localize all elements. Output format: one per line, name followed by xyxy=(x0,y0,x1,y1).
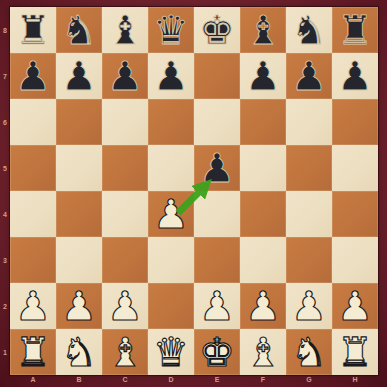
white-bishop[interactable]: ♝ xyxy=(240,329,286,375)
rank-label-1: 1 xyxy=(1,349,9,356)
square-c6[interactable] xyxy=(102,99,148,145)
square-b4[interactable] xyxy=(56,191,102,237)
black-knight[interactable]: ♞ xyxy=(56,7,102,53)
square-d8[interactable]: ♛ xyxy=(148,7,194,53)
white-knight[interactable]: ♞ xyxy=(56,329,102,375)
square-e7[interactable] xyxy=(194,53,240,99)
black-pawn[interactable]: ♟ xyxy=(286,53,332,99)
square-a3[interactable] xyxy=(10,237,56,283)
white-pawn[interactable]: ♟ xyxy=(10,283,56,329)
square-h7[interactable]: ♟ xyxy=(332,53,378,99)
square-f2[interactable]: ♟ xyxy=(240,283,286,329)
file-label-d: D xyxy=(168,376,173,383)
black-pawn[interactable]: ♟ xyxy=(240,53,286,99)
black-pawn[interactable]: ♟ xyxy=(148,53,194,99)
file-label-e: E xyxy=(215,376,220,383)
black-queen[interactable]: ♛ xyxy=(148,7,194,53)
black-bishop[interactable]: ♝ xyxy=(102,7,148,53)
rank-label-5: 5 xyxy=(1,165,9,172)
square-g7[interactable]: ♟ xyxy=(286,53,332,99)
white-bishop[interactable]: ♝ xyxy=(102,329,148,375)
white-rook[interactable]: ♜ xyxy=(332,329,378,375)
file-label-g: G xyxy=(306,376,311,383)
file-label-h: H xyxy=(352,376,357,383)
black-knight[interactable]: ♞ xyxy=(286,7,332,53)
square-a4[interactable] xyxy=(10,191,56,237)
black-pawn[interactable]: ♟ xyxy=(194,145,240,191)
square-g4[interactable] xyxy=(286,191,332,237)
square-g8[interactable]: ♞ xyxy=(286,7,332,53)
square-e8[interactable]: ♚ xyxy=(194,7,240,53)
square-f7[interactable]: ♟ xyxy=(240,53,286,99)
file-label-f: F xyxy=(261,376,265,383)
black-rook[interactable]: ♜ xyxy=(10,7,56,53)
square-f8[interactable]: ♝ xyxy=(240,7,286,53)
square-h2[interactable]: ♟ xyxy=(332,283,378,329)
square-g3[interactable] xyxy=(286,237,332,283)
black-king[interactable]: ♚ xyxy=(194,7,240,53)
white-knight[interactable]: ♞ xyxy=(286,329,332,375)
white-queen[interactable]: ♛ xyxy=(148,329,194,375)
white-pawn[interactable]: ♟ xyxy=(286,283,332,329)
square-d5[interactable] xyxy=(148,145,194,191)
square-c1[interactable]: ♝ xyxy=(102,329,148,375)
square-d3[interactable] xyxy=(148,237,194,283)
black-pawn[interactable]: ♟ xyxy=(10,53,56,99)
square-f4[interactable] xyxy=(240,191,286,237)
square-c4[interactable] xyxy=(102,191,148,237)
square-c7[interactable]: ♟ xyxy=(102,53,148,99)
rank-label-8: 8 xyxy=(1,27,9,34)
square-g6[interactable] xyxy=(286,99,332,145)
square-c2[interactable]: ♟ xyxy=(102,283,148,329)
square-h3[interactable] xyxy=(332,237,378,283)
square-d2[interactable] xyxy=(148,283,194,329)
black-pawn[interactable]: ♟ xyxy=(332,53,378,99)
white-pawn[interactable]: ♟ xyxy=(194,283,240,329)
square-h5[interactable] xyxy=(332,145,378,191)
square-e4[interactable] xyxy=(194,191,240,237)
square-b8[interactable]: ♞ xyxy=(56,7,102,53)
rank-label-3: 3 xyxy=(1,257,9,264)
square-e1[interactable]: ♚ xyxy=(194,329,240,375)
rank-label-4: 4 xyxy=(1,211,9,218)
white-pawn[interactable]: ♟ xyxy=(102,283,148,329)
chess-board: ♜♞♝♛♚♝♞♜♟♟♟♟♟♟♟♟♟♟♟♟♟♟♟♟♜♞♝♛♚♝♞♜ xyxy=(10,7,378,375)
square-b2[interactable]: ♟ xyxy=(56,283,102,329)
square-e3[interactable] xyxy=(194,237,240,283)
white-king[interactable]: ♚ xyxy=(194,329,240,375)
white-pawn[interactable]: ♟ xyxy=(56,283,102,329)
black-rook[interactable]: ♜ xyxy=(332,7,378,53)
square-c5[interactable] xyxy=(102,145,148,191)
square-f5[interactable] xyxy=(240,145,286,191)
square-b5[interactable] xyxy=(56,145,102,191)
square-c8[interactable]: ♝ xyxy=(102,7,148,53)
square-b3[interactable] xyxy=(56,237,102,283)
square-b6[interactable] xyxy=(56,99,102,145)
square-g5[interactable] xyxy=(286,145,332,191)
square-b7[interactable]: ♟ xyxy=(56,53,102,99)
square-d7[interactable]: ♟ xyxy=(148,53,194,99)
square-d1[interactable]: ♛ xyxy=(148,329,194,375)
square-a5[interactable] xyxy=(10,145,56,191)
black-pawn[interactable]: ♟ xyxy=(102,53,148,99)
square-h4[interactable] xyxy=(332,191,378,237)
square-h6[interactable] xyxy=(332,99,378,145)
square-d4[interactable]: ♟ xyxy=(148,191,194,237)
rank-label-2: 2 xyxy=(1,303,9,310)
white-pawn[interactable]: ♟ xyxy=(240,283,286,329)
square-f1[interactable]: ♝ xyxy=(240,329,286,375)
black-pawn[interactable]: ♟ xyxy=(56,53,102,99)
square-h8[interactable]: ♜ xyxy=(332,7,378,53)
square-a7[interactable]: ♟ xyxy=(10,53,56,99)
square-a6[interactable] xyxy=(10,99,56,145)
square-e5[interactable]: ♟ xyxy=(194,145,240,191)
square-a2[interactable]: ♟ xyxy=(10,283,56,329)
square-f6[interactable] xyxy=(240,99,286,145)
square-a8[interactable]: ♜ xyxy=(10,7,56,53)
square-a1[interactable]: ♜ xyxy=(10,329,56,375)
square-c3[interactable] xyxy=(102,237,148,283)
square-g1[interactable]: ♞ xyxy=(286,329,332,375)
white-pawn[interactable]: ♟ xyxy=(332,283,378,329)
square-h1[interactable]: ♜ xyxy=(332,329,378,375)
file-label-a: A xyxy=(30,376,35,383)
rank-label-6: 6 xyxy=(1,119,9,126)
square-e2[interactable]: ♟ xyxy=(194,283,240,329)
black-bishop[interactable]: ♝ xyxy=(240,7,286,53)
file-label-b: B xyxy=(76,376,81,383)
white-pawn[interactable]: ♟ xyxy=(148,191,194,237)
chess-board-frame: ♜♞♝♛♚♝♞♜♟♟♟♟♟♟♟♟♟♟♟♟♟♟♟♟♜♞♝♛♚♝♞♜ 8765432… xyxy=(0,0,387,387)
white-rook[interactable]: ♜ xyxy=(10,329,56,375)
square-d6[interactable] xyxy=(148,99,194,145)
file-label-c: C xyxy=(122,376,127,383)
square-e6[interactable] xyxy=(194,99,240,145)
rank-label-7: 7 xyxy=(1,73,9,80)
square-b1[interactable]: ♞ xyxy=(56,329,102,375)
square-g2[interactable]: ♟ xyxy=(286,283,332,329)
square-f3[interactable] xyxy=(240,237,286,283)
